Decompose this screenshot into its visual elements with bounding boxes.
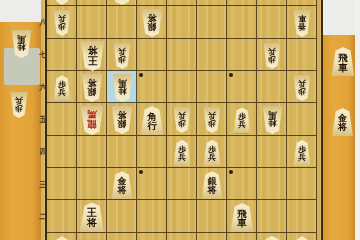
rank-label-5: 五 xyxy=(39,115,47,125)
rank-label-2: 八 xyxy=(39,18,47,28)
square-f6-七[interactable] xyxy=(197,39,227,71)
square-f1-三[interactable] xyxy=(47,168,77,200)
hoshi-dot xyxy=(229,170,233,174)
piece-kanji: 将 xyxy=(118,110,127,119)
piece-kanji: 銀 xyxy=(148,22,157,31)
piece-kanji: 銀 xyxy=(88,87,97,96)
square-f2-三[interactable] xyxy=(77,168,107,200)
piece-kanji: 馬 xyxy=(118,79,127,88)
piece-kanji: 将 xyxy=(338,123,347,132)
piece-kanji: 将 xyxy=(87,45,97,55)
rank-label-3: 七 xyxy=(39,50,47,60)
piece-kanji: 兵 xyxy=(208,111,216,119)
square-f6-二[interactable] xyxy=(197,200,227,232)
square-f3-一[interactable] xyxy=(107,233,137,240)
square-f4-一[interactable] xyxy=(137,233,167,240)
piece-kanji: 歩 xyxy=(15,104,23,112)
square-f5-六[interactable] xyxy=(167,71,197,103)
square-f5-七[interactable] xyxy=(167,39,197,71)
square-f1-五[interactable] xyxy=(47,103,77,135)
rank-label-8: 二 xyxy=(39,212,47,222)
square-f4-七[interactable] xyxy=(137,39,167,71)
square-f3-二[interactable] xyxy=(107,200,137,232)
piece-kanji: 馬 xyxy=(268,111,277,120)
piece-kanji: 兵 xyxy=(208,154,216,162)
piece-kanji: 兵 xyxy=(238,121,246,129)
square-f5-三[interactable] xyxy=(167,168,197,200)
rank-label-7: 三 xyxy=(39,180,47,190)
piece-kanji: 将 xyxy=(208,186,217,195)
piece-kanji: 歩 xyxy=(298,87,306,95)
square-f5-一[interactable] xyxy=(167,233,197,240)
piece-kanji: 馬 xyxy=(87,110,97,120)
piece-kanji: 車 xyxy=(237,218,247,228)
piece-kanji: 兵 xyxy=(178,154,186,162)
piece-kanji: 兵 xyxy=(268,47,276,55)
square-f8-六[interactable] xyxy=(257,71,287,103)
piece-kanji: 銀 xyxy=(118,119,127,128)
piece-kanji: 兵 xyxy=(58,14,66,22)
piece-kanji: 兵 xyxy=(15,96,23,104)
piece-kanji: 歩 xyxy=(58,22,66,30)
piece-kanji: 将 xyxy=(148,13,157,22)
piece-kanji: 兵 xyxy=(118,47,126,55)
square-f3-八[interactable] xyxy=(107,6,137,38)
square-f3-四[interactable] xyxy=(107,136,137,168)
square-f7-七[interactable] xyxy=(227,39,257,71)
piece-kanji: 王 xyxy=(87,55,97,65)
square-f9-二[interactable] xyxy=(287,200,317,232)
square-f2-一[interactable] xyxy=(77,233,107,240)
rank-label-6: 四 xyxy=(39,147,47,157)
square-f7-四[interactable] xyxy=(227,136,257,168)
shogi-app: 九八七六五四三二一香車金将歩兵銀将香車王将歩兵歩兵歩兵銀将桂馬歩兵龍馬銀将角行歩… xyxy=(0,0,360,240)
square-f9-七[interactable] xyxy=(287,39,317,71)
square-f1-二[interactable] xyxy=(47,200,77,232)
piece-kanji: 桂 xyxy=(268,119,277,128)
hoshi-dot xyxy=(139,73,143,77)
square-f6-六[interactable] xyxy=(197,71,227,103)
square-f4-四[interactable] xyxy=(137,136,167,168)
rank-label-4: 六 xyxy=(39,83,47,93)
hoshi-dot xyxy=(139,170,143,174)
square-f6-一[interactable] xyxy=(197,233,227,240)
piece-kanji: 将 xyxy=(118,186,127,195)
piece-kanji: 行 xyxy=(147,121,157,131)
square-f2-四[interactable] xyxy=(77,136,107,168)
square-f7-八[interactable] xyxy=(227,6,257,38)
square-f5-二[interactable] xyxy=(167,200,197,232)
hoshi-dot xyxy=(229,73,233,77)
piece-kanji: 歩 xyxy=(268,55,276,63)
square-f8-四[interactable] xyxy=(257,136,287,168)
square-f9-三[interactable] xyxy=(287,168,317,200)
square-f1-四[interactable] xyxy=(47,136,77,168)
piece-kanji: 将 xyxy=(87,218,97,228)
piece-kanji: 香 xyxy=(298,22,306,30)
piece-kanji: 歩 xyxy=(118,55,126,63)
square-f8-二[interactable] xyxy=(257,200,287,232)
piece-kanji: 龍 xyxy=(87,119,97,129)
piece-kanji: 馬 xyxy=(17,35,26,44)
piece-kanji: 兵 xyxy=(298,79,306,87)
piece-kanji: 歩 xyxy=(208,119,216,127)
square-f2-八[interactable] xyxy=(77,6,107,38)
square-f4-二[interactable] xyxy=(137,200,167,232)
piece-kanji: 車 xyxy=(338,63,348,73)
square-f8-八[interactable] xyxy=(257,6,287,38)
piece-kanji: 歩 xyxy=(178,119,186,127)
square-f6-八[interactable] xyxy=(197,6,227,38)
piece-kanji: 車 xyxy=(298,14,306,22)
screen-edge xyxy=(355,0,360,240)
square-f9-五[interactable] xyxy=(287,103,317,135)
piece-kanji: 将 xyxy=(88,78,97,87)
piece-kanji: 桂 xyxy=(17,43,26,52)
square-f5-八[interactable] xyxy=(167,6,197,38)
piece-kanji: 兵 xyxy=(58,89,66,97)
square-f7-一[interactable] xyxy=(227,233,257,240)
square-f8-三[interactable] xyxy=(257,168,287,200)
square-f1-七[interactable] xyxy=(47,39,77,71)
piece-kanji: 桂 xyxy=(118,87,127,96)
piece-kanji: 兵 xyxy=(298,154,306,162)
piece-kanji: 兵 xyxy=(178,111,186,119)
